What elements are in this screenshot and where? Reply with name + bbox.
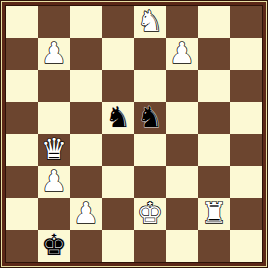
chess-board: ♞♟♟♞♞♛♟♟♚♜♚ [6,6,262,262]
square-e6[interactable] [134,70,166,102]
square-f3[interactable] [166,166,198,198]
piece-white-queen[interactable]: ♛ [41,134,67,165]
square-d3[interactable] [102,166,134,198]
square-f7[interactable]: ♟ [166,38,198,70]
square-h1[interactable] [230,230,262,262]
piece-white-pawn[interactable]: ♟ [41,166,67,197]
piece-white-pawn[interactable]: ♟ [73,198,99,229]
square-f4[interactable] [166,134,198,166]
square-b8[interactable] [38,6,70,38]
square-d1[interactable] [102,230,134,262]
square-b1[interactable]: ♚ [38,230,70,262]
square-h6[interactable] [230,70,262,102]
square-c8[interactable] [70,6,102,38]
piece-white-king[interactable]: ♚ [137,198,163,229]
piece-black-king[interactable]: ♚ [41,230,67,261]
piece-white-knight[interactable]: ♞ [137,6,163,37]
square-d8[interactable] [102,6,134,38]
square-h3[interactable] [230,166,262,198]
square-d7[interactable] [102,38,134,70]
piece-white-rook[interactable]: ♜ [201,198,227,229]
square-d5[interactable]: ♞ [102,102,134,134]
square-g1[interactable] [198,230,230,262]
square-e7[interactable] [134,38,166,70]
board-frame-highlight: ♞♟♟♞♞♛♟♟♚♜♚ [1,1,267,267]
square-b5[interactable] [38,102,70,134]
piece-black-knight[interactable]: ♞ [105,102,131,133]
square-d2[interactable] [102,198,134,230]
square-a1[interactable] [6,230,38,262]
square-c1[interactable] [70,230,102,262]
board-frame: ♞♟♟♞♞♛♟♟♚♜♚ [2,2,266,266]
square-g5[interactable] [198,102,230,134]
square-d4[interactable] [102,134,134,166]
square-a7[interactable] [6,38,38,70]
square-e4[interactable] [134,134,166,166]
square-e2[interactable]: ♚ [134,198,166,230]
square-f2[interactable] [166,198,198,230]
square-c4[interactable] [70,134,102,166]
square-f8[interactable] [166,6,198,38]
square-e8[interactable]: ♞ [134,6,166,38]
square-a5[interactable] [6,102,38,134]
square-c5[interactable] [70,102,102,134]
square-a3[interactable] [6,166,38,198]
piece-black-knight[interactable]: ♞ [137,102,163,133]
square-f6[interactable] [166,70,198,102]
square-g3[interactable] [198,166,230,198]
square-f1[interactable] [166,230,198,262]
square-a2[interactable] [6,198,38,230]
square-g6[interactable] [198,70,230,102]
square-g7[interactable] [198,38,230,70]
square-a8[interactable] [6,6,38,38]
square-a4[interactable] [6,134,38,166]
square-b6[interactable] [38,70,70,102]
square-e5[interactable]: ♞ [134,102,166,134]
square-b7[interactable]: ♟ [38,38,70,70]
square-h7[interactable] [230,38,262,70]
piece-white-pawn[interactable]: ♟ [169,38,195,69]
square-g8[interactable] [198,6,230,38]
square-h8[interactable] [230,6,262,38]
square-g4[interactable] [198,134,230,166]
square-b4[interactable]: ♛ [38,134,70,166]
square-g2[interactable]: ♜ [198,198,230,230]
square-c6[interactable] [70,70,102,102]
board-frame-outline: ♞♟♟♞♞♛♟♟♚♜♚ [0,0,268,268]
board-inner-border: ♞♟♟♞♞♛♟♟♚♜♚ [5,5,263,263]
piece-white-pawn[interactable]: ♟ [41,38,67,69]
square-h5[interactable] [230,102,262,134]
square-e3[interactable] [134,166,166,198]
square-b3[interactable]: ♟ [38,166,70,198]
square-d6[interactable] [102,70,134,102]
square-f5[interactable] [166,102,198,134]
square-b2[interactable] [38,198,70,230]
square-a6[interactable] [6,70,38,102]
square-c7[interactable] [70,38,102,70]
square-h4[interactable] [230,134,262,166]
square-e1[interactable] [134,230,166,262]
square-c3[interactable] [70,166,102,198]
square-h2[interactable] [230,198,262,230]
square-c2[interactable]: ♟ [70,198,102,230]
